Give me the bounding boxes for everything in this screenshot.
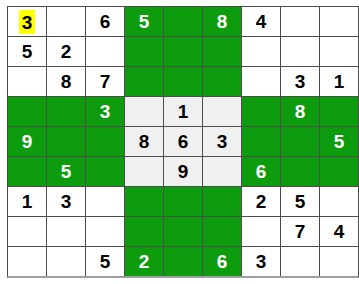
cell-r1c3[interactable]: 6 bbox=[86, 7, 124, 36]
given-digit: 2 bbox=[256, 192, 267, 211]
cell-r3c1[interactable] bbox=[8, 67, 46, 96]
given-digit: 4 bbox=[334, 222, 345, 241]
cell-r2c4[interactable] bbox=[125, 37, 163, 66]
cell-r1c5[interactable] bbox=[164, 7, 202, 36]
cell-r1c4[interactable]: 5 bbox=[125, 7, 163, 36]
cell-r5c8[interactable] bbox=[281, 127, 319, 156]
cell-r7c6[interactable] bbox=[203, 187, 241, 216]
cell-r7c5[interactable] bbox=[164, 187, 202, 216]
given-digit: 3 bbox=[100, 102, 111, 121]
given-digit: 8 bbox=[139, 132, 150, 151]
cell-r2c8[interactable] bbox=[281, 37, 319, 66]
given-digit: 2 bbox=[139, 252, 150, 271]
cell-r6c3[interactable] bbox=[86, 157, 124, 186]
given-digit: 7 bbox=[100, 72, 111, 91]
cell-r2c3[interactable] bbox=[86, 37, 124, 66]
cell-r5c6[interactable]: 3 bbox=[203, 127, 241, 156]
cell-r9c1[interactable] bbox=[8, 247, 46, 276]
cell-r9c4[interactable]: 2 bbox=[125, 247, 163, 276]
cell-r2c7[interactable] bbox=[242, 37, 280, 66]
given-digit: 3 bbox=[61, 192, 72, 211]
given-digit: 3 bbox=[295, 72, 306, 91]
cell-r6c4[interactable] bbox=[125, 157, 163, 186]
given-digit: 5 bbox=[295, 192, 306, 211]
cell-r9c6[interactable]: 6 bbox=[203, 247, 241, 276]
cell-r6c6[interactable] bbox=[203, 157, 241, 186]
given-digit: 6 bbox=[217, 252, 228, 271]
cell-r4c7[interactable] bbox=[242, 97, 280, 126]
highlighted-digit: 3 bbox=[19, 10, 36, 34]
cell-r5c1[interactable]: 9 bbox=[8, 127, 46, 156]
cell-r7c3[interactable] bbox=[86, 187, 124, 216]
cell-r7c1[interactable]: 1 bbox=[8, 187, 46, 216]
cell-r8c2[interactable] bbox=[47, 217, 85, 246]
cell-r5c9[interactable]: 5 bbox=[320, 127, 358, 156]
cell-r4c6[interactable] bbox=[203, 97, 241, 126]
cell-r6c5[interactable]: 9 bbox=[164, 157, 202, 186]
cell-r3c4[interactable] bbox=[125, 67, 163, 96]
cell-r9c8[interactable] bbox=[281, 247, 319, 276]
cell-r3c5[interactable] bbox=[164, 67, 202, 96]
cell-r2c1[interactable]: 5 bbox=[8, 37, 46, 66]
cell-r5c2[interactable] bbox=[47, 127, 85, 156]
cell-r1c8[interactable] bbox=[281, 7, 319, 36]
given-digit: 3 bbox=[217, 132, 228, 151]
cell-r8c1[interactable] bbox=[8, 217, 46, 246]
cell-r2c5[interactable] bbox=[164, 37, 202, 66]
cell-r9c5[interactable] bbox=[164, 247, 202, 276]
given-digit: 6 bbox=[100, 12, 111, 31]
cell-r6c1[interactable] bbox=[8, 157, 46, 186]
given-digit: 5 bbox=[334, 132, 345, 151]
cell-r1c1[interactable]: 3 bbox=[8, 7, 46, 36]
cell-r2c2[interactable]: 2 bbox=[47, 37, 85, 66]
given-digit: 7 bbox=[295, 222, 306, 241]
cell-r3c3[interactable]: 7 bbox=[86, 67, 124, 96]
cell-r3c8[interactable]: 3 bbox=[281, 67, 319, 96]
cell-r6c7[interactable]: 6 bbox=[242, 157, 280, 186]
given-digit: 5 bbox=[100, 252, 111, 271]
given-digit: 8 bbox=[295, 102, 306, 121]
given-digit: 5 bbox=[139, 12, 150, 31]
given-digit: 8 bbox=[61, 72, 72, 91]
given-digit: 2 bbox=[61, 42, 72, 61]
given-digit: 5 bbox=[61, 162, 72, 181]
cell-r6c8[interactable] bbox=[281, 157, 319, 186]
cell-r4c2[interactable] bbox=[47, 97, 85, 126]
sudoku-board: 36584528731318986355961325745263 bbox=[7, 6, 359, 278]
given-digit: 1 bbox=[22, 192, 33, 211]
cell-r8c7[interactable] bbox=[242, 217, 280, 246]
cell-r1c6[interactable]: 8 bbox=[203, 7, 241, 36]
cell-r7c8[interactable]: 5 bbox=[281, 187, 319, 216]
cell-r5c3[interactable] bbox=[86, 127, 124, 156]
cell-r9c3[interactable]: 5 bbox=[86, 247, 124, 276]
cell-r1c7[interactable]: 4 bbox=[242, 7, 280, 36]
cell-r2c9[interactable] bbox=[320, 37, 358, 66]
cell-r1c9[interactable] bbox=[320, 7, 358, 36]
cell-r4c9[interactable] bbox=[320, 97, 358, 126]
cell-r8c3[interactable] bbox=[86, 217, 124, 246]
cell-r3c9[interactable]: 1 bbox=[320, 67, 358, 96]
cell-r4c1[interactable] bbox=[8, 97, 46, 126]
given-digit: 4 bbox=[256, 12, 267, 31]
cell-r1c2[interactable] bbox=[47, 7, 85, 36]
cell-r9c2[interactable] bbox=[47, 247, 85, 276]
cell-r8c9[interactable]: 4 bbox=[320, 217, 358, 246]
cell-r5c7[interactable] bbox=[242, 127, 280, 156]
cell-r4c5[interactable]: 1 bbox=[164, 97, 202, 126]
cell-r5c5[interactable]: 6 bbox=[164, 127, 202, 156]
cell-r7c4[interactable] bbox=[125, 187, 163, 216]
given-digit: 8 bbox=[217, 12, 228, 31]
given-digit: 6 bbox=[256, 162, 267, 181]
cell-r8c5[interactable] bbox=[164, 217, 202, 246]
cell-r2c6[interactable] bbox=[203, 37, 241, 66]
page-background: 36584528731318986355961325745263 bbox=[0, 0, 359, 284]
given-digit: 3 bbox=[256, 252, 267, 271]
cell-r8c4[interactable] bbox=[125, 217, 163, 246]
cell-r4c8[interactable]: 8 bbox=[281, 97, 319, 126]
cell-r7c9[interactable] bbox=[320, 187, 358, 216]
given-digit: 5 bbox=[22, 42, 33, 61]
cell-r6c9[interactable] bbox=[320, 157, 358, 186]
given-digit: 1 bbox=[178, 102, 189, 121]
cell-r9c7[interactable]: 3 bbox=[242, 247, 280, 276]
given-digit: 6 bbox=[178, 132, 189, 151]
given-digit: 1 bbox=[334, 72, 345, 91]
cell-r7c7[interactable]: 2 bbox=[242, 187, 280, 216]
cell-r7c2[interactable]: 3 bbox=[47, 187, 85, 216]
cell-r4c3[interactable]: 3 bbox=[86, 97, 124, 126]
cell-r3c6[interactable] bbox=[203, 67, 241, 96]
cell-r3c2[interactable]: 8 bbox=[47, 67, 85, 96]
cell-r6c2[interactable]: 5 bbox=[47, 157, 85, 186]
cell-r4c4[interactable] bbox=[125, 97, 163, 126]
cell-r5c4[interactable]: 8 bbox=[125, 127, 163, 156]
cell-r9c9[interactable] bbox=[320, 247, 358, 276]
given-digit: 9 bbox=[22, 132, 33, 151]
cell-r8c6[interactable] bbox=[203, 217, 241, 246]
cell-r8c8[interactable]: 7 bbox=[281, 217, 319, 246]
cell-r3c7[interactable] bbox=[242, 67, 280, 96]
given-digit: 9 bbox=[178, 162, 189, 181]
